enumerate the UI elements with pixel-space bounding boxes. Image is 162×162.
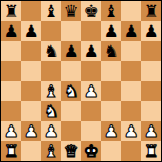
- square-b6[interactable]: [21, 41, 41, 61]
- square-b1[interactable]: [21, 141, 41, 161]
- piece-black-pawn: ♟: [23, 21, 38, 41]
- square-f4[interactable]: [101, 81, 121, 101]
- square-h6[interactable]: [141, 41, 161, 61]
- piece-black-queen: ♛: [63, 1, 78, 21]
- piece-white-rook: ♜: [3, 141, 18, 161]
- square-c5[interactable]: [41, 61, 61, 81]
- square-h8[interactable]: ♜: [141, 1, 161, 21]
- square-d8[interactable]: ♛: [61, 1, 81, 21]
- square-c7[interactable]: [41, 21, 61, 41]
- square-h4[interactable]: [141, 81, 161, 101]
- square-g2[interactable]: ♟: [121, 121, 141, 141]
- square-f7[interactable]: ♟: [101, 21, 121, 41]
- piece-white-king: ♚: [83, 141, 98, 161]
- square-f5[interactable]: [101, 61, 121, 81]
- square-c3[interactable]: ♞: [41, 101, 61, 121]
- square-f2[interactable]: ♟: [101, 121, 121, 141]
- square-e5[interactable]: [81, 61, 101, 81]
- square-a6[interactable]: [1, 41, 21, 61]
- piece-black-pawn: ♟: [83, 41, 98, 61]
- piece-black-king: ♚: [83, 1, 98, 21]
- square-b8[interactable]: [21, 1, 41, 21]
- piece-white-bishop: ♝: [43, 81, 58, 101]
- piece-white-pawn: ♟: [123, 121, 138, 141]
- piece-black-bishop: ♝: [103, 1, 118, 21]
- piece-black-pawn: ♟: [63, 41, 78, 61]
- square-f8[interactable]: ♝: [101, 1, 121, 21]
- square-a2[interactable]: ♟: [1, 121, 21, 141]
- piece-white-pawn: ♟: [23, 121, 38, 141]
- square-e6[interactable]: ♟: [81, 41, 101, 61]
- square-d7[interactable]: [61, 21, 81, 41]
- square-b7[interactable]: ♟: [21, 21, 41, 41]
- square-f6[interactable]: ♞: [101, 41, 121, 61]
- piece-white-pawn: ♟: [83, 81, 98, 101]
- piece-white-knight: ♞: [63, 81, 78, 101]
- piece-black-rook: ♜: [3, 1, 18, 21]
- square-d1[interactable]: ♛: [61, 141, 81, 161]
- square-b5[interactable]: [21, 61, 41, 81]
- piece-black-pawn: ♟: [3, 21, 18, 41]
- square-b2[interactable]: ♟: [21, 121, 41, 141]
- piece-black-pawn: ♟: [103, 21, 118, 41]
- square-d3[interactable]: [61, 101, 81, 121]
- square-a4[interactable]: [1, 81, 21, 101]
- piece-black-knight: ♞: [43, 41, 58, 61]
- square-c4[interactable]: ♝: [41, 81, 61, 101]
- piece-white-bishop: ♝: [43, 141, 58, 161]
- piece-white-knight: ♞: [43, 101, 58, 121]
- square-d4[interactable]: ♞: [61, 81, 81, 101]
- square-h2[interactable]: ♟: [141, 121, 161, 141]
- square-a7[interactable]: ♟: [1, 21, 21, 41]
- piece-black-pawn: ♟: [123, 21, 138, 41]
- chess-board: ♜♝♛♚♝♜♟♟♟♟♟♞♟♟♞♝♞♟♞♟♟♟♟♟♟♜♝♛♚♜: [0, 0, 162, 162]
- piece-white-rook: ♜: [143, 141, 158, 161]
- square-a1[interactable]: ♜: [1, 141, 21, 161]
- piece-black-pawn: ♟: [143, 21, 158, 41]
- square-g4[interactable]: [121, 81, 141, 101]
- square-g7[interactable]: ♟: [121, 21, 141, 41]
- piece-white-queen: ♛: [63, 141, 78, 161]
- piece-black-bishop: ♝: [43, 1, 58, 21]
- square-e1[interactable]: ♚: [81, 141, 101, 161]
- square-e2[interactable]: [81, 121, 101, 141]
- square-f3[interactable]: [101, 101, 121, 121]
- piece-white-pawn: ♟: [3, 121, 18, 141]
- square-a5[interactable]: [1, 61, 21, 81]
- square-e8[interactable]: ♚: [81, 1, 101, 21]
- piece-white-pawn: ♟: [143, 121, 158, 141]
- square-g6[interactable]: [121, 41, 141, 61]
- piece-black-knight: ♞: [103, 41, 118, 61]
- square-e3[interactable]: [81, 101, 101, 121]
- square-e7[interactable]: [81, 21, 101, 41]
- piece-white-pawn: ♟: [103, 121, 118, 141]
- square-c2[interactable]: ♟: [41, 121, 61, 141]
- square-c8[interactable]: ♝: [41, 1, 61, 21]
- piece-black-rook: ♜: [143, 1, 158, 21]
- square-h1[interactable]: ♜: [141, 141, 161, 161]
- square-d2[interactable]: [61, 121, 81, 141]
- square-a8[interactable]: ♜: [1, 1, 21, 21]
- square-g1[interactable]: [121, 141, 141, 161]
- square-f1[interactable]: [101, 141, 121, 161]
- square-b4[interactable]: [21, 81, 41, 101]
- square-b3[interactable]: [21, 101, 41, 121]
- square-g3[interactable]: [121, 101, 141, 121]
- square-a3[interactable]: [1, 101, 21, 121]
- square-h5[interactable]: [141, 61, 161, 81]
- square-c6[interactable]: ♞: [41, 41, 61, 61]
- square-d5[interactable]: [61, 61, 81, 81]
- square-c1[interactable]: ♝: [41, 141, 61, 161]
- piece-white-pawn: ♟: [43, 121, 58, 141]
- square-d6[interactable]: ♟: [61, 41, 81, 61]
- square-h3[interactable]: [141, 101, 161, 121]
- square-g5[interactable]: [121, 61, 141, 81]
- square-e4[interactable]: ♟: [81, 81, 101, 101]
- square-g8[interactable]: [121, 1, 141, 21]
- square-h7[interactable]: ♟: [141, 21, 161, 41]
